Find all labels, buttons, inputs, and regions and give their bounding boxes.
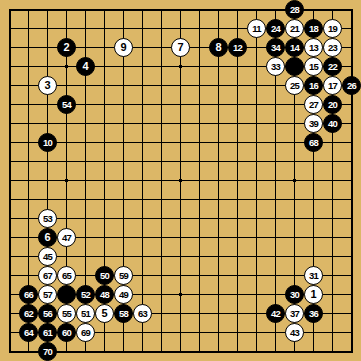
go-stone-move-34-P17[interactable]: 34 bbox=[266, 38, 285, 57]
go-stone-move-53-C8[interactable]: 53 bbox=[38, 209, 57, 228]
move-number-label: 61 bbox=[43, 328, 52, 338]
go-stone-move-14-Q17[interactable]: 14 bbox=[285, 38, 304, 57]
move-number-label: 15 bbox=[309, 62, 318, 72]
move-number-label: 8 bbox=[215, 42, 221, 53]
go-stone-move-21-Q18[interactable]: 21 bbox=[285, 19, 304, 38]
move-number-label: 40 bbox=[328, 119, 337, 129]
move-number-label: 66 bbox=[24, 290, 33, 300]
move-number-label: 13 bbox=[309, 43, 318, 53]
move-number-label: 4 bbox=[82, 61, 88, 72]
go-stone-move-60-D2[interactable]: 60 bbox=[57, 323, 76, 342]
move-number-label: 11 bbox=[252, 24, 260, 34]
move-number-label: 30 bbox=[290, 290, 299, 300]
move-number-label: 22 bbox=[328, 62, 337, 72]
move-number-label: 65 bbox=[62, 271, 71, 281]
move-number-label: 39 bbox=[309, 119, 318, 129]
go-stone-move-23-S17[interactable]: 23 bbox=[323, 38, 342, 57]
move-number-label: 21 bbox=[290, 24, 299, 34]
go-stone-move-64-B2[interactable]: 64 bbox=[19, 323, 38, 342]
move-number-label: 53 bbox=[43, 214, 52, 224]
go-stone-move-26-T15[interactable]: 26 bbox=[342, 76, 361, 95]
move-number-label: 33 bbox=[271, 62, 280, 72]
go-stone-move-52-E4[interactable]: 52 bbox=[76, 285, 95, 304]
go-stone-move-62-B3[interactable]: 62 bbox=[19, 304, 38, 323]
go-stone-move-13-R17[interactable]: 13 bbox=[304, 38, 323, 57]
go-stone-move-30-Q4[interactable]: 30 bbox=[285, 285, 304, 304]
move-number-label: 23 bbox=[328, 43, 337, 53]
move-number-label: 3 bbox=[44, 80, 50, 91]
move-number-label: 5 bbox=[101, 308, 107, 319]
go-stone-move-48-F4[interactable]: 48 bbox=[95, 285, 114, 304]
move-number-label: 43 bbox=[290, 328, 299, 338]
go-stone-move-63-H3[interactable]: 63 bbox=[133, 304, 152, 323]
go-stone-move-27-R14[interactable]: 27 bbox=[304, 95, 323, 114]
go-stone-move-50-F5[interactable]: 50 bbox=[95, 266, 114, 285]
move-number-label: 67 bbox=[43, 271, 52, 281]
move-number-label: 57 bbox=[43, 290, 52, 300]
move-number-label: 62 bbox=[24, 309, 33, 319]
move-number-label: 10 bbox=[43, 138, 52, 148]
move-number-label: 69 bbox=[81, 328, 90, 338]
move-number-label: 59 bbox=[119, 271, 128, 281]
move-number-label: 31 bbox=[309, 271, 318, 281]
go-stone-move-2-D17[interactable]: 2 bbox=[57, 38, 76, 57]
go-stone-move-19-S18[interactable]: 19 bbox=[323, 19, 342, 38]
move-number-label: 17 bbox=[328, 81, 337, 91]
go-stone-move-67-C5[interactable]: 67 bbox=[38, 266, 57, 285]
go-stone-move-8-M17[interactable]: 8 bbox=[209, 38, 228, 57]
move-number-label: 34 bbox=[271, 43, 280, 53]
move-number-label: 42 bbox=[271, 309, 280, 319]
go-stone-move-31-R5[interactable]: 31 bbox=[304, 266, 323, 285]
go-stone-move-15-R16[interactable]: 15 bbox=[304, 57, 323, 76]
go-stone-move-55-D3[interactable]: 55 bbox=[57, 304, 76, 323]
move-number-label: 52 bbox=[81, 290, 90, 300]
move-number-label: 19 bbox=[328, 24, 337, 34]
move-number-label: 47 bbox=[62, 233, 71, 243]
go-stone-move-16-R15[interactable]: 16 bbox=[304, 76, 323, 95]
move-number-label: 28 bbox=[290, 5, 299, 15]
go-stone-move-33-P16[interactable]: 33 bbox=[266, 57, 285, 76]
go-stone-move-59-G5[interactable]: 59 bbox=[114, 266, 133, 285]
move-number-label: 24 bbox=[271, 24, 280, 34]
go-stone-move-22-S16[interactable]: 22 bbox=[323, 57, 342, 76]
go-stone-move-61-C2[interactable]: 61 bbox=[38, 323, 57, 342]
move-number-label: 56 bbox=[43, 309, 52, 319]
go-stone-move-36-R3[interactable]: 36 bbox=[304, 304, 323, 323]
move-number-label: 16 bbox=[309, 81, 318, 91]
go-stone-move-5-F3[interactable]: 5 bbox=[95, 304, 114, 323]
go-stone-move-69-E2[interactable]: 69 bbox=[76, 323, 95, 342]
move-number-label: 45 bbox=[43, 252, 52, 262]
move-number-label: 48 bbox=[100, 290, 109, 300]
go-stone-move-54-D14[interactable]: 54 bbox=[57, 95, 76, 114]
move-number-label: 6 bbox=[44, 232, 50, 243]
go-stone-move-1-R4[interactable]: 1 bbox=[304, 285, 323, 304]
move-number-label: 63 bbox=[138, 309, 147, 319]
move-number-label: 50 bbox=[100, 271, 109, 281]
move-number-label: 54 bbox=[62, 100, 71, 110]
move-number-label: 58 bbox=[119, 309, 128, 319]
move-number-label: 2 bbox=[63, 42, 69, 53]
go-stone-move-40-S13[interactable]: 40 bbox=[323, 114, 342, 133]
go-stone-plain-Q16[interactable] bbox=[285, 57, 304, 76]
go-stone-move-10-C12[interactable]: 10 bbox=[38, 133, 57, 152]
move-number-label: 70 bbox=[43, 347, 52, 357]
go-stone-move-12-N17[interactable]: 12 bbox=[228, 38, 247, 57]
go-stone-move-66-B4[interactable]: 66 bbox=[19, 285, 38, 304]
move-number-label: 18 bbox=[309, 24, 318, 34]
move-number-label: 9 bbox=[120, 42, 126, 53]
stone-layer: 1234567891011121314151617181920212223242… bbox=[0, 0, 361, 361]
go-stone-move-39-R13[interactable]: 39 bbox=[304, 114, 323, 133]
go-stone-move-45-C6[interactable]: 45 bbox=[38, 247, 57, 266]
move-number-label: 1 bbox=[310, 289, 316, 300]
go-stone-move-65-D5[interactable]: 65 bbox=[57, 266, 76, 285]
go-stone-move-24-P18[interactable]: 24 bbox=[266, 19, 285, 38]
go-stone-move-6-C7[interactable]: 6 bbox=[38, 228, 57, 247]
move-number-label: 25 bbox=[290, 81, 299, 91]
go-stone-move-43-Q2[interactable]: 43 bbox=[285, 323, 304, 342]
go-stone-move-18-R18[interactable]: 18 bbox=[304, 19, 323, 38]
move-number-label: 64 bbox=[24, 328, 33, 338]
go-stone-move-9-G17[interactable]: 9 bbox=[114, 38, 133, 57]
move-number-label: 60 bbox=[62, 328, 71, 338]
move-number-label: 14 bbox=[290, 43, 299, 53]
go-stone-move-56-C3[interactable]: 56 bbox=[38, 304, 57, 323]
go-stone-move-37-Q3[interactable]: 37 bbox=[285, 304, 304, 323]
go-stone-move-58-G3[interactable]: 58 bbox=[114, 304, 133, 323]
go-stone-move-47-D7[interactable]: 47 bbox=[57, 228, 76, 247]
go-stone-move-28-Q19[interactable]: 28 bbox=[285, 0, 304, 19]
move-number-label: 49 bbox=[119, 290, 128, 300]
move-number-label: 27 bbox=[309, 100, 318, 110]
move-number-label: 68 bbox=[309, 138, 318, 148]
go-stone-move-20-S14[interactable]: 20 bbox=[323, 95, 342, 114]
move-number-label: 12 bbox=[233, 43, 242, 53]
go-stone-move-51-E3[interactable]: 51 bbox=[76, 304, 95, 323]
go-stone-move-7-K17[interactable]: 7 bbox=[171, 38, 190, 57]
go-stone-move-25-Q15[interactable]: 25 bbox=[285, 76, 304, 95]
go-stone-move-49-G4[interactable]: 49 bbox=[114, 285, 133, 304]
go-stone-move-42-P3[interactable]: 42 bbox=[266, 304, 285, 323]
go-stone-move-17-S15[interactable]: 17 bbox=[323, 76, 342, 95]
move-number-label: 7 bbox=[177, 42, 183, 53]
go-stone-move-4-E16[interactable]: 4 bbox=[76, 57, 95, 76]
go-stone-plain-D4[interactable] bbox=[57, 285, 76, 304]
go-stone-move-3-C15[interactable]: 3 bbox=[38, 76, 57, 95]
move-number-label: 55 bbox=[62, 309, 71, 319]
go-stone-move-57-C4[interactable]: 57 bbox=[38, 285, 57, 304]
move-number-label: 51 bbox=[81, 309, 90, 319]
go-stone-move-70-C1[interactable]: 70 bbox=[38, 342, 57, 361]
move-number-label: 37 bbox=[290, 309, 299, 319]
move-number-label: 20 bbox=[328, 100, 337, 110]
go-board[interactable]: 1234567891011121314151617181920212223242… bbox=[0, 0, 361, 361]
go-stone-move-68-R12[interactable]: 68 bbox=[304, 133, 323, 152]
move-number-label: 36 bbox=[309, 309, 318, 319]
go-stone-move-11-O18[interactable]: 11 bbox=[247, 19, 266, 38]
move-number-label: 26 bbox=[347, 81, 356, 91]
